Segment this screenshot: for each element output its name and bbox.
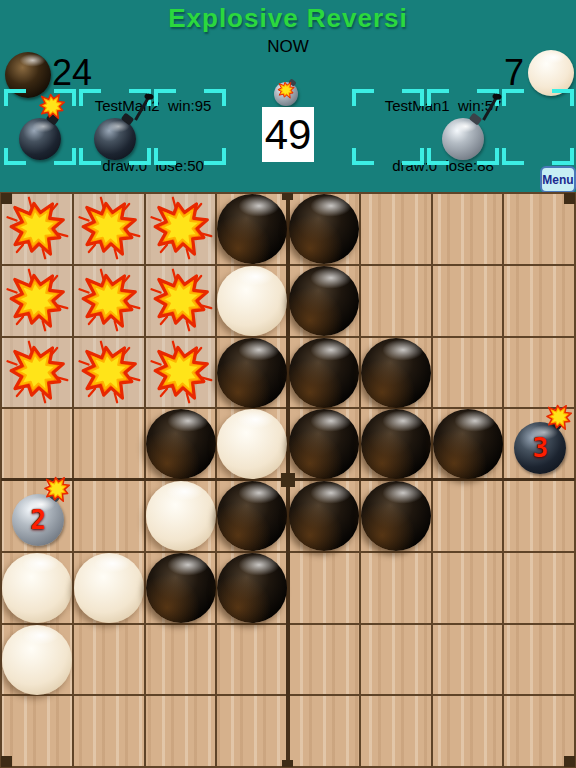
bomb-cap xyxy=(121,112,135,125)
cell-r6c4[interactable] xyxy=(216,552,288,624)
black-disc xyxy=(217,481,287,551)
cell-r2c7[interactable] xyxy=(432,265,504,337)
black-disc xyxy=(361,338,431,408)
cell-r6c7[interactable] xyxy=(432,552,504,624)
black-bomb xyxy=(94,118,136,160)
cell-r5c2[interactable] xyxy=(73,480,145,552)
cell-r2c6[interactable] xyxy=(360,265,432,337)
cell-r6c3[interactable] xyxy=(145,552,217,624)
cell-r3c5[interactable] xyxy=(288,337,360,409)
black-tray-slot-1[interactable] xyxy=(4,89,76,165)
app-root: Explosive Reversi 24 TestMan2 win:95 dra… xyxy=(0,0,576,768)
board-marker xyxy=(564,756,575,767)
cell-r4c4[interactable] xyxy=(216,408,288,480)
cell-r8c2[interactable] xyxy=(73,695,145,767)
cell-r7c8[interactable] xyxy=(503,624,575,696)
cell-r4c2[interactable] xyxy=(73,408,145,480)
cell-r1c4[interactable] xyxy=(216,193,288,265)
white-disc xyxy=(2,625,72,695)
cell-r3c7[interactable] xyxy=(432,337,504,409)
black-tray-slot-2[interactable] xyxy=(79,89,151,165)
turn-counter: 49 xyxy=(262,107,314,162)
white-bomb xyxy=(442,118,484,160)
board-marker xyxy=(282,193,293,200)
cell-r8c5[interactable] xyxy=(288,695,360,767)
explosion-burst-icon xyxy=(77,340,141,408)
white-tray-slot-3[interactable] xyxy=(502,89,574,165)
board-marker xyxy=(281,473,295,487)
cell-r5c7[interactable] xyxy=(432,480,504,552)
cell-r5c4[interactable] xyxy=(216,480,288,552)
explosion-burst-icon xyxy=(149,196,213,264)
spark-icon xyxy=(544,402,574,436)
white-disc xyxy=(146,481,216,551)
cell-r1c5[interactable] xyxy=(288,193,360,265)
bomb-cap xyxy=(469,112,483,125)
board-marker xyxy=(1,756,12,767)
cell-r7c7[interactable] xyxy=(432,624,504,696)
cell-r5c6[interactable] xyxy=(360,480,432,552)
game-board: 32 xyxy=(0,192,576,768)
white-disc xyxy=(217,266,287,336)
cell-r1c6[interactable] xyxy=(360,193,432,265)
bomb-countdown: 2 xyxy=(30,507,46,533)
cell-r4c5[interactable] xyxy=(288,408,360,480)
cell-r1c1[interactable] xyxy=(1,193,73,265)
cell-r2c2[interactable] xyxy=(73,265,145,337)
cell-r2c8[interactable] xyxy=(503,265,575,337)
black-disc xyxy=(146,553,216,623)
black-bomb-tray xyxy=(4,89,226,165)
cell-r6c5[interactable] xyxy=(288,552,360,624)
cell-r5c3[interactable] xyxy=(145,480,217,552)
cell-r4c6[interactable] xyxy=(360,408,432,480)
cell-r6c1[interactable] xyxy=(1,552,73,624)
explosion-burst-icon xyxy=(5,268,69,336)
cell-r7c3[interactable] xyxy=(145,624,217,696)
black-bomb: 3 xyxy=(514,422,566,474)
black-bomb xyxy=(19,118,61,160)
white-bomb-tray xyxy=(352,89,574,165)
explosion-burst-icon xyxy=(5,340,69,408)
black-tray-slot-3[interactable] xyxy=(154,89,226,165)
bomb-countdown: 3 xyxy=(532,435,548,461)
cell-r7c6[interactable] xyxy=(360,624,432,696)
board-marker xyxy=(282,760,293,767)
cell-r5c8[interactable] xyxy=(503,480,575,552)
cell-r5c5[interactable] xyxy=(288,480,360,552)
cell-r4c7[interactable] xyxy=(432,408,504,480)
cell-r7c4[interactable] xyxy=(216,624,288,696)
now-turn-bomb-icon xyxy=(266,58,310,106)
white-disc xyxy=(217,409,287,479)
cell-r2c5[interactable] xyxy=(288,265,360,337)
cell-r4c8[interactable]: 3 xyxy=(503,408,575,480)
now-label: NOW xyxy=(0,37,576,57)
cell-r3c1[interactable] xyxy=(1,337,73,409)
cell-r3c3[interactable] xyxy=(145,337,217,409)
bomb-cap xyxy=(550,418,564,431)
bomb-fuse xyxy=(134,96,150,121)
white-disc xyxy=(2,553,72,623)
black-disc xyxy=(289,194,359,264)
black-disc xyxy=(289,409,359,479)
header: Explosive Reversi 24 TestMan2 win:95 dra… xyxy=(0,0,576,192)
black-disc xyxy=(433,409,503,479)
bomb-icon xyxy=(274,82,298,106)
game-title: Explosive Reversi xyxy=(0,3,576,34)
black-disc xyxy=(361,481,431,551)
cell-r3c6[interactable] xyxy=(360,337,432,409)
cell-r8c3[interactable] xyxy=(145,695,217,767)
cell-r4c1[interactable] xyxy=(1,408,73,480)
black-disc xyxy=(146,409,216,479)
cell-r7c2[interactable] xyxy=(73,624,145,696)
cell-r8c4[interactable] xyxy=(216,695,288,767)
bomb-cap xyxy=(46,112,60,125)
cell-r1c2[interactable] xyxy=(73,193,145,265)
white-bomb: 2 xyxy=(12,494,64,546)
explosion-burst-icon xyxy=(5,196,69,264)
cell-r4c3[interactable] xyxy=(145,408,217,480)
cell-r2c4[interactable] xyxy=(216,265,288,337)
white-disc xyxy=(74,553,144,623)
white-tray-slot-2[interactable] xyxy=(427,89,499,165)
cell-r3c2[interactable] xyxy=(73,337,145,409)
black-disc xyxy=(217,338,287,408)
bomb-fuse xyxy=(482,96,498,121)
white-tray-slot-1[interactable] xyxy=(352,89,424,165)
cell-r6c2[interactable] xyxy=(73,552,145,624)
cell-r8c6[interactable] xyxy=(360,695,432,767)
cell-r5c1[interactable]: 2 xyxy=(1,480,73,552)
cell-r2c3[interactable] xyxy=(145,265,217,337)
black-disc xyxy=(289,338,359,408)
black-disc xyxy=(289,481,359,551)
cell-r1c7[interactable] xyxy=(432,193,504,265)
cell-r7c1[interactable] xyxy=(1,624,73,696)
explosion-burst-icon xyxy=(77,268,141,336)
black-disc xyxy=(217,553,287,623)
cell-r8c7[interactable] xyxy=(432,695,504,767)
cell-r6c8[interactable] xyxy=(503,552,575,624)
bomb-cap xyxy=(48,489,62,502)
cell-r7c5[interactable] xyxy=(288,624,360,696)
menu-button[interactable]: Menu xyxy=(540,166,576,193)
cell-r3c8[interactable] xyxy=(503,337,575,409)
black-disc xyxy=(289,266,359,336)
explosion-burst-icon xyxy=(77,196,141,264)
board-marker xyxy=(564,193,575,204)
cell-r6c6[interactable] xyxy=(360,552,432,624)
cell-r2c1[interactable] xyxy=(1,265,73,337)
explosion-burst-icon xyxy=(149,340,213,408)
black-disc xyxy=(361,409,431,479)
cell-r3c4[interactable] xyxy=(216,337,288,409)
explosion-burst-icon xyxy=(149,268,213,336)
cell-r1c3[interactable] xyxy=(145,193,217,265)
black-disc xyxy=(217,194,287,264)
